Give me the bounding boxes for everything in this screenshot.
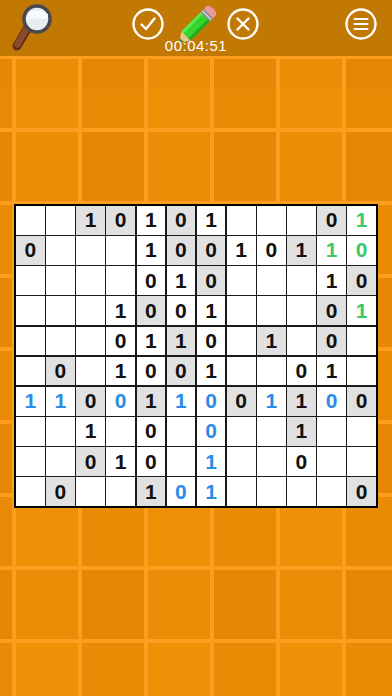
cell-r2c5[interactable]: 1 xyxy=(137,236,166,265)
cell-r10c8[interactable] xyxy=(227,477,256,506)
cell-r3c10[interactable] xyxy=(287,266,316,295)
cell-r9c6[interactable] xyxy=(167,447,196,476)
cell-r5c8[interactable] xyxy=(227,327,256,356)
cell-r6c6[interactable]: 0 xyxy=(167,357,196,386)
cell-r8c4[interactable] xyxy=(106,417,135,446)
cell-r9c9[interactable] xyxy=(257,447,286,476)
cell-r2c1[interactable]: 0 xyxy=(16,236,45,265)
timer: 00:04:51 xyxy=(0,37,392,54)
cell-r10c7[interactable]: 1 xyxy=(197,477,226,506)
cell-r5c3[interactable] xyxy=(76,327,105,356)
cell-r7c2[interactable]: 1 xyxy=(46,387,75,416)
cell-r3c1[interactable] xyxy=(16,266,45,295)
cell-r10c2[interactable]: 0 xyxy=(46,477,75,506)
cell-r2c10[interactable]: 1 xyxy=(287,236,316,265)
cell-r10c12[interactable]: 0 xyxy=(347,477,376,506)
cell-r5c9[interactable]: 1 xyxy=(257,327,286,356)
cell-r4c10[interactable] xyxy=(287,296,316,325)
cell-r7c11[interactable]: 0 xyxy=(317,387,346,416)
cell-r7c1[interactable]: 1 xyxy=(16,387,45,416)
cell-r1c5[interactable]: 1 xyxy=(137,206,166,235)
cell-r4c2[interactable] xyxy=(46,296,75,325)
cell-r4c4[interactable]: 1 xyxy=(106,296,135,325)
cell-r5c1[interactable] xyxy=(16,327,45,356)
cell-r1c6[interactable]: 0 xyxy=(167,206,196,235)
cell-r6c10[interactable]: 0 xyxy=(287,357,316,386)
cell-r8c7[interactable]: 0 xyxy=(197,417,226,446)
cell-r7c3[interactable]: 0 xyxy=(76,387,105,416)
cell-r3c7[interactable]: 0 xyxy=(197,266,226,295)
cell-r4c6[interactable]: 0 xyxy=(167,296,196,325)
menu-button[interactable] xyxy=(344,7,378,41)
cell-r4c3[interactable] xyxy=(76,296,105,325)
cell-r5c5[interactable]: 1 xyxy=(137,327,166,356)
cell-r6c9[interactable] xyxy=(257,357,286,386)
cell-r6c2[interactable]: 0 xyxy=(46,357,75,386)
cell-r3c6[interactable]: 1 xyxy=(167,266,196,295)
cell-r1c11[interactable]: 0 xyxy=(317,206,346,235)
cell-r10c5[interactable]: 1 xyxy=(137,477,166,506)
cell-r9c7[interactable]: 1 xyxy=(197,447,226,476)
cell-r8c1[interactable] xyxy=(16,417,45,446)
cell-r10c4[interactable] xyxy=(106,477,135,506)
cell-r10c9[interactable] xyxy=(257,477,286,506)
cell-r8c8[interactable] xyxy=(227,417,256,446)
cell-r3c4[interactable] xyxy=(106,266,135,295)
cell-r5c6[interactable]: 1 xyxy=(167,327,196,356)
cell-r4c5[interactable]: 0 xyxy=(137,296,166,325)
cell-r7c5[interactable]: 1 xyxy=(137,387,166,416)
cell-r5c4[interactable]: 0 xyxy=(106,327,135,356)
cell-r7c6[interactable]: 1 xyxy=(167,387,196,416)
cell-r3c5[interactable]: 0 xyxy=(137,266,166,295)
cell-r3c12[interactable]: 0 xyxy=(347,266,376,295)
cell-r3c2[interactable] xyxy=(46,266,75,295)
cell-r1c1[interactable] xyxy=(16,206,45,235)
cell-r10c10[interactable] xyxy=(287,477,316,506)
cell-r2c9[interactable]: 0 xyxy=(257,236,286,265)
cell-r9c1[interactable] xyxy=(16,447,45,476)
cell-r7c12[interactable]: 0 xyxy=(347,387,376,416)
cell-r9c11[interactable] xyxy=(317,447,346,476)
puzzle-board: 1010101010010110010101001010110100100101… xyxy=(14,204,378,508)
cell-r6c1[interactable] xyxy=(16,357,45,386)
cell-r1c10[interactable] xyxy=(287,206,316,235)
cell-r10c11[interactable] xyxy=(317,477,346,506)
cell-r1c2[interactable] xyxy=(46,206,75,235)
cell-r2c3[interactable] xyxy=(76,236,105,265)
cell-r5c11[interactable]: 0 xyxy=(317,327,346,356)
cell-r3c3[interactable] xyxy=(76,266,105,295)
cell-r2c7[interactable]: 0 xyxy=(197,236,226,265)
cell-r6c3[interactable] xyxy=(76,357,105,386)
toolbar: 00:04:51 xyxy=(0,0,392,56)
cell-r6c7[interactable]: 1 xyxy=(197,357,226,386)
cell-r2c11[interactable]: 1 xyxy=(317,236,346,265)
cell-r10c6[interactable]: 0 xyxy=(167,477,196,506)
cell-r7c10[interactable]: 1 xyxy=(287,387,316,416)
cell-r3c9[interactable] xyxy=(257,266,286,295)
cell-r7c4[interactable]: 0 xyxy=(106,387,135,416)
cell-r1c12[interactable]: 1 xyxy=(347,206,376,235)
cell-r7c7[interactable]: 0 xyxy=(197,387,226,416)
cell-r5c2[interactable] xyxy=(46,327,75,356)
cell-r8c11[interactable] xyxy=(317,417,346,446)
cell-r8c2[interactable] xyxy=(46,417,75,446)
cell-r4c11[interactable]: 0 xyxy=(317,296,346,325)
cell-r9c10[interactable]: 0 xyxy=(287,447,316,476)
cell-r6c4[interactable]: 1 xyxy=(106,357,135,386)
cell-r9c3[interactable]: 0 xyxy=(76,447,105,476)
cell-r8c3[interactable]: 1 xyxy=(76,417,105,446)
cell-r1c8[interactable] xyxy=(227,206,256,235)
cell-r10c3[interactable] xyxy=(76,477,105,506)
cell-r1c3[interactable]: 1 xyxy=(76,206,105,235)
cell-r4c1[interactable] xyxy=(16,296,45,325)
cell-r9c4[interactable]: 1 xyxy=(106,447,135,476)
cell-r10c1[interactable] xyxy=(16,477,45,506)
cell-r8c6[interactable] xyxy=(167,417,196,446)
cell-r2c2[interactable] xyxy=(46,236,75,265)
cell-r9c8[interactable] xyxy=(227,447,256,476)
cell-r5c7[interactable]: 0 xyxy=(197,327,226,356)
cell-r7c8[interactable]: 0 xyxy=(227,387,256,416)
cell-r1c9[interactable] xyxy=(257,206,286,235)
cell-r5c10[interactable] xyxy=(287,327,316,356)
cell-r1c4[interactable]: 0 xyxy=(106,206,135,235)
cell-r2c4[interactable] xyxy=(106,236,135,265)
cell-r8c12[interactable] xyxy=(347,417,376,446)
cell-r8c10[interactable]: 1 xyxy=(287,417,316,446)
cell-r2c8[interactable]: 1 xyxy=(227,236,256,265)
cell-r6c12[interactable] xyxy=(347,357,376,386)
cell-r4c9[interactable] xyxy=(257,296,286,325)
cell-r9c5[interactable]: 0 xyxy=(137,447,166,476)
cell-r9c2[interactable] xyxy=(46,447,75,476)
cell-r4c7[interactable]: 1 xyxy=(197,296,226,325)
cell-r8c9[interactable] xyxy=(257,417,286,446)
cell-r6c8[interactable] xyxy=(227,357,256,386)
cell-r3c11[interactable]: 1 xyxy=(317,266,346,295)
cell-r6c11[interactable]: 1 xyxy=(317,357,346,386)
cell-r4c8[interactable] xyxy=(227,296,256,325)
close-button[interactable] xyxy=(226,7,260,41)
check-button[interactable] xyxy=(131,7,165,41)
cell-r7c9[interactable]: 1 xyxy=(257,387,286,416)
cell-r5c12[interactable] xyxy=(347,327,376,356)
cell-r2c6[interactable]: 0 xyxy=(167,236,196,265)
cell-r8c5[interactable]: 0 xyxy=(137,417,166,446)
cell-r6c5[interactable]: 0 xyxy=(137,357,166,386)
cell-r4c12[interactable]: 1 xyxy=(347,296,376,325)
cell-r2c12[interactable]: 0 xyxy=(347,236,376,265)
cell-r9c12[interactable] xyxy=(347,447,376,476)
cell-r1c7[interactable]: 1 xyxy=(197,206,226,235)
cell-r3c8[interactable] xyxy=(227,266,256,295)
